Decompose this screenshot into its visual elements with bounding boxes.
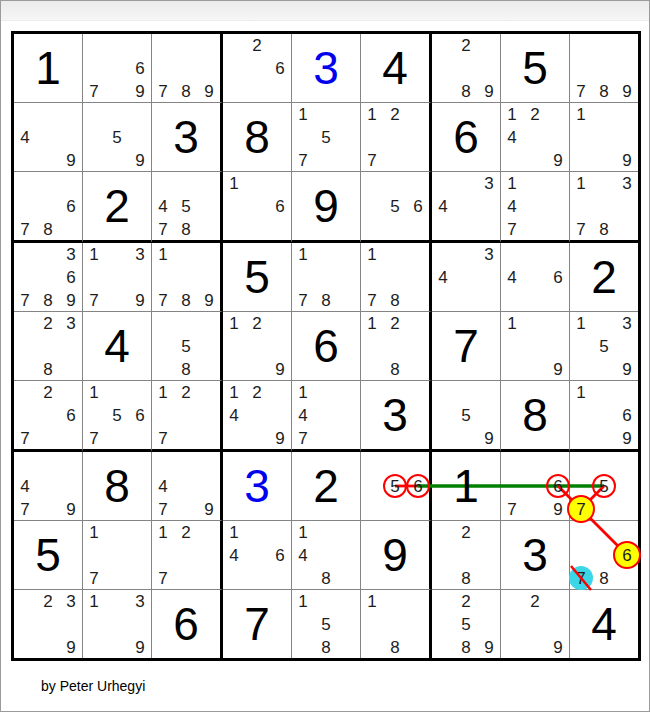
candidate-6: 6 [622,547,631,564]
cell-r2c7[interactable]: 6 [432,103,501,172]
cell-r6c5[interactable]: 147 [292,381,361,452]
candidate-8: 8 [390,292,399,309]
candidate-1: 1 [367,246,376,263]
given-digit: 2 [292,452,360,520]
candidate-3: 3 [135,593,144,610]
candidate-6: 6 [553,269,562,286]
candidate-8: 8 [43,292,52,309]
candidate-7: 7 [158,221,167,238]
candidate-8: 8 [181,83,190,100]
candidate-7: 7 [158,501,167,518]
cell-r5c2[interactable]: 4 [83,312,152,381]
cell-r5c9[interactable]: 1359 [570,312,638,381]
candidate-7: 7 [576,501,585,518]
cell-r4c1[interactable]: 36789 [14,243,83,312]
candidate-1: 1 [367,593,376,610]
candidate-5: 5 [112,129,121,146]
candidate-4: 4 [20,478,29,495]
candidate-4: 4 [158,198,167,215]
cell-r8c9[interactable]: 678 [570,521,638,590]
cell-r7c6[interactable]: 56 [361,452,432,521]
given-digit: 3 [361,381,429,449]
given-digit: 5 [223,243,291,311]
cell-r3c5[interactable]: 9 [292,172,361,243]
cell-r9c3[interactable]: 6 [152,590,223,658]
candidate-7: 7 [20,221,29,238]
candidate-2: 2 [252,315,261,332]
cell-r8c7[interactable]: 28 [432,521,501,590]
candidate-8: 8 [181,221,190,238]
candidate-1: 1 [158,246,167,263]
given-digit: 7 [223,590,291,658]
cell-r4c2[interactable]: 1379 [83,243,152,312]
cell-r5c1[interactable]: 238 [14,312,83,381]
cell-r1c5[interactable]: 3 [292,34,361,103]
candidate-9: 9 [622,152,631,169]
candidate-7: 7 [576,83,585,100]
candidate-3: 3 [135,246,144,263]
candidate-4: 4 [20,129,29,146]
candidate-9: 9 [553,501,562,518]
sudoku-app-window: 1679789263428957894959381571276124919678… [0,0,650,712]
candidate-3: 3 [66,593,75,610]
cell-r5c6[interactable]: 128 [361,312,432,381]
given-digit: 2 [83,172,151,240]
candidate-1: 1 [367,315,376,332]
cell-r6c4[interactable]: 1249 [223,381,292,452]
given-digit: 9 [292,172,360,240]
candidate-9: 9 [275,361,284,378]
candidate-1: 1 [576,315,585,332]
candidate-2: 2 [530,593,539,610]
candidate-2: 2 [252,384,261,401]
candidate-1: 1 [89,384,98,401]
candidate-4: 4 [298,547,307,564]
given-digit: 3 [501,521,569,589]
candidate-1: 1 [229,524,238,541]
candidate-6: 6 [553,478,562,495]
cell-r9c8[interactable]: 29 [501,590,570,658]
candidate-9: 9 [204,292,213,309]
given-digit: 6 [292,312,360,380]
candidate-2: 2 [252,37,261,54]
given-digit: 4 [83,312,151,380]
candidate-1: 1 [229,384,238,401]
candidate-1: 1 [158,384,167,401]
candidate-5: 5 [461,407,470,424]
candidate-1: 1 [507,315,516,332]
candidate-1: 1 [298,106,307,123]
cell-r1c2[interactable]: 679 [83,34,152,103]
candidate-5: 5 [461,616,470,633]
cell-r8c8[interactable]: 3 [501,521,570,590]
cell-r2c3[interactable]: 3 [152,103,223,172]
candidate-7: 7 [20,501,29,518]
cell-r6c6[interactable]: 3 [361,381,432,452]
candidate-8: 8 [321,639,330,656]
candidate-8: 8 [181,361,190,378]
author-caption: by Peter Urhegyi [41,678,145,694]
candidate-7: 7 [298,430,307,447]
candidate-5: 5 [599,478,608,495]
candidate-3: 3 [622,315,631,332]
given-digit: 6 [432,103,500,171]
solver-digit: 3 [292,34,360,102]
candidate-5: 5 [321,129,330,146]
candidate-8: 8 [461,639,470,656]
given-digit: 8 [83,452,151,520]
candidate-2: 2 [181,384,190,401]
candidate-6: 6 [66,269,75,286]
candidate-8: 8 [43,221,52,238]
cell-r7c4[interactable]: 3 [223,452,292,521]
candidate-4: 4 [158,478,167,495]
cell-r9c4[interactable]: 7 [223,590,292,658]
candidate-7: 7 [507,501,516,518]
candidate-2: 2 [43,315,52,332]
candidate-1: 1 [507,106,516,123]
candidate-9: 9 [622,361,631,378]
cell-r2c9[interactable]: 19 [570,103,638,172]
candidate-8: 8 [43,361,52,378]
cell-r7c3[interactable]: 479 [152,452,223,521]
candidate-2: 2 [390,315,399,332]
cell-r3c7[interactable]: 34 [432,172,501,243]
candidate-5: 5 [321,616,330,633]
cell-r6c8[interactable]: 8 [501,381,570,452]
candidate-2: 2 [530,106,539,123]
cell-r4c4[interactable]: 5 [223,243,292,312]
cell-r4c9[interactable]: 2 [570,243,638,312]
candidate-3: 3 [484,175,493,192]
candidate-1: 1 [298,384,307,401]
candidate-4: 4 [438,198,447,215]
candidate-6: 6 [413,198,422,215]
candidate-6: 6 [135,60,144,77]
candidate-3: 3 [622,175,631,192]
candidate-6: 6 [135,407,144,424]
candidate-8: 8 [181,292,190,309]
cell-r7c9[interactable]: 57 [570,452,638,521]
cell-r5c7[interactable]: 7 [432,312,501,381]
candidate-1: 1 [367,106,376,123]
cell-r9c6[interactable]: 18 [361,590,432,658]
candidate-6: 6 [413,478,422,495]
cell-r7c8[interactable]: 679 [501,452,570,521]
given-digit: 1 [14,34,82,102]
cell-r1c8[interactable]: 5 [501,34,570,103]
given-digit: 4 [570,590,638,658]
candidate-2: 2 [43,384,52,401]
cell-r3c6[interactable]: 56 [361,172,432,243]
candidate-8: 8 [461,570,470,587]
candidate-2: 2 [43,593,52,610]
candidate-1: 1 [576,384,585,401]
cell-r5c8[interactable]: 19 [501,312,570,381]
cell-r6c7[interactable]: 59 [432,381,501,452]
cell-r3c1[interactable]: 678 [14,172,83,243]
cell-r5c5[interactable]: 6 [292,312,361,381]
candidate-9: 9 [622,83,631,100]
cell-r2c8[interactable]: 1249 [501,103,570,172]
candidate-7: 7 [298,292,307,309]
candidate-6: 6 [66,407,75,424]
cell-r1c3[interactable]: 789 [152,34,223,103]
candidate-4: 4 [438,269,447,286]
candidate-8: 8 [321,292,330,309]
candidate-7: 7 [576,570,585,587]
candidate-5: 5 [181,338,190,355]
cell-r1c1[interactable]: 1 [14,34,83,103]
candidate-5: 5 [599,338,608,355]
candidate-9: 9 [553,152,562,169]
candidate-7: 7 [158,430,167,447]
candidate-7: 7 [20,292,29,309]
candidate-9: 9 [484,430,493,447]
cell-r1c9[interactable]: 789 [570,34,638,103]
candidate-1: 1 [89,593,98,610]
given-digit: 8 [501,381,569,449]
candidate-1: 1 [576,106,585,123]
candidate-5: 5 [390,198,399,215]
candidate-9: 9 [135,152,144,169]
candidate-4: 4 [507,269,516,286]
cell-r4c6[interactable]: 178 [361,243,432,312]
candidate-7: 7 [507,221,516,238]
candidate-2: 2 [461,37,470,54]
candidate-1: 1 [298,593,307,610]
candidate-9: 9 [66,639,75,656]
cell-r4c7[interactable]: 34 [432,243,501,312]
cell-r3c9[interactable]: 1378 [570,172,638,243]
candidate-3: 3 [66,246,75,263]
cell-r1c6[interactable]: 4 [361,34,432,103]
candidate-7: 7 [367,292,376,309]
candidate-6: 6 [275,198,284,215]
cell-r6c3[interactable]: 127 [152,381,223,452]
candidate-7: 7 [89,292,98,309]
cell-r7c2[interactable]: 8 [83,452,152,521]
candidate-8: 8 [461,83,470,100]
candidate-6: 6 [275,547,284,564]
given-digit: 2 [570,243,638,311]
candidate-2: 2 [390,106,399,123]
cell-r3c3[interactable]: 4578 [152,172,223,243]
candidate-1: 1 [158,524,167,541]
cell-r3c8[interactable]: 147 [501,172,570,243]
candidate-1: 1 [89,524,98,541]
candidate-8: 8 [390,639,399,656]
cell-r8c3[interactable]: 127 [152,521,223,590]
given-digit: 1 [432,452,500,520]
sudoku-app-page: { "game": "sudoku", "window": { "caption… [0,0,650,720]
given-digit: 7 [432,312,500,380]
candidate-1: 1 [507,175,516,192]
candidate-8: 8 [599,570,608,587]
cell-r9c7[interactable]: 2589 [432,590,501,658]
cell-r9c1[interactable]: 239 [14,590,83,658]
given-digit: 4 [361,34,429,102]
candidate-9: 9 [66,501,75,518]
candidate-7: 7 [20,430,29,447]
cell-r9c5[interactable]: 158 [292,590,361,658]
cell-r6c9[interactable]: 169 [570,381,638,452]
cell-r8c5[interactable]: 148 [292,521,361,590]
candidate-9: 9 [204,83,213,100]
candidate-9: 9 [553,639,562,656]
cell-r3c2[interactable]: 2 [83,172,152,243]
given-digit: 3 [152,103,220,171]
cell-r9c2[interactable]: 139 [83,590,152,658]
candidate-7: 7 [298,152,307,169]
cell-r8c1[interactable]: 5 [14,521,83,590]
candidate-5: 5 [390,478,399,495]
candidate-7: 7 [89,570,98,587]
cell-r5c3[interactable]: 58 [152,312,223,381]
cell-r7c5[interactable]: 2 [292,452,361,521]
cell-r2c5[interactable]: 157 [292,103,361,172]
cell-r3c4[interactable]: 16 [223,172,292,243]
candidate-9: 9 [66,152,75,169]
candidate-7: 7 [158,83,167,100]
cell-r8c6[interactable]: 9 [361,521,432,590]
candidate-9: 9 [275,430,284,447]
candidate-1: 1 [298,246,307,263]
cell-r1c4[interactable]: 26 [223,34,292,103]
candidate-4: 4 [507,198,516,215]
candidate-4: 4 [229,407,238,424]
candidate-1: 1 [229,175,238,192]
cell-r2c2[interactable]: 59 [83,103,152,172]
given-digit: 6 [152,590,220,658]
given-digit: 9 [361,521,429,589]
candidate-3: 3 [66,315,75,332]
candidate-2: 2 [461,593,470,610]
candidate-7: 7 [576,221,585,238]
cell-r9c9[interactable]: 4 [570,590,638,658]
candidate-2: 2 [461,524,470,541]
candidate-3: 3 [484,246,493,263]
cell-r6c2[interactable]: 1567 [83,381,152,452]
candidate-9: 9 [135,292,144,309]
candidate-2: 2 [181,524,190,541]
candidate-7: 7 [89,430,98,447]
given-digit: 5 [14,521,82,589]
cell-r4c3[interactable]: 1789 [152,243,223,312]
cell-r7c7[interactable]: 1 [432,452,501,521]
cell-r8c2[interactable]: 17 [83,521,152,590]
cell-r2c4[interactable]: 8 [223,103,292,172]
candidate-1: 1 [576,175,585,192]
candidate-1: 1 [298,524,307,541]
candidate-8: 8 [321,570,330,587]
given-digit: 5 [501,34,569,102]
candidate-9: 9 [553,361,562,378]
candidate-7: 7 [158,292,167,309]
sudoku-board: 1679789263428957894959381571276124919678… [11,31,641,661]
candidate-5: 5 [181,198,190,215]
cell-r5c4[interactable]: 129 [223,312,292,381]
cell-r4c8[interactable]: 46 [501,243,570,312]
candidate-9: 9 [66,292,75,309]
candidate-9: 9 [622,430,631,447]
candidate-8: 8 [599,83,608,100]
cell-r7c1[interactable]: 479 [14,452,83,521]
candidate-7: 7 [367,152,376,169]
window-title-bar [1,1,649,21]
candidate-4: 4 [229,547,238,564]
cell-r1c7[interactable]: 289 [432,34,501,103]
cell-r8c4[interactable]: 146 [223,521,292,590]
candidate-8: 8 [390,361,399,378]
given-digit: 8 [223,103,291,171]
candidate-9: 9 [135,83,144,100]
candidate-9: 9 [484,83,493,100]
candidate-1: 1 [229,315,238,332]
candidate-9: 9 [135,639,144,656]
cell-r4c5[interactable]: 178 [292,243,361,312]
candidate-6: 6 [622,407,631,424]
candidate-7: 7 [158,570,167,587]
candidate-6: 6 [66,198,75,215]
candidate-6: 6 [275,60,284,77]
candidate-4: 4 [298,407,307,424]
cell-r2c1[interactable]: 49 [14,103,83,172]
solver-digit: 3 [223,452,291,520]
cell-r6c1[interactable]: 267 [14,381,83,452]
cell-r2c6[interactable]: 127 [361,103,432,172]
candidate-4: 4 [507,129,516,146]
candidate-7: 7 [89,83,98,100]
candidate-1: 1 [89,246,98,263]
candidate-8: 8 [599,221,608,238]
candidate-9: 9 [204,501,213,518]
candidate-9: 9 [484,639,493,656]
candidate-5: 5 [112,407,121,424]
